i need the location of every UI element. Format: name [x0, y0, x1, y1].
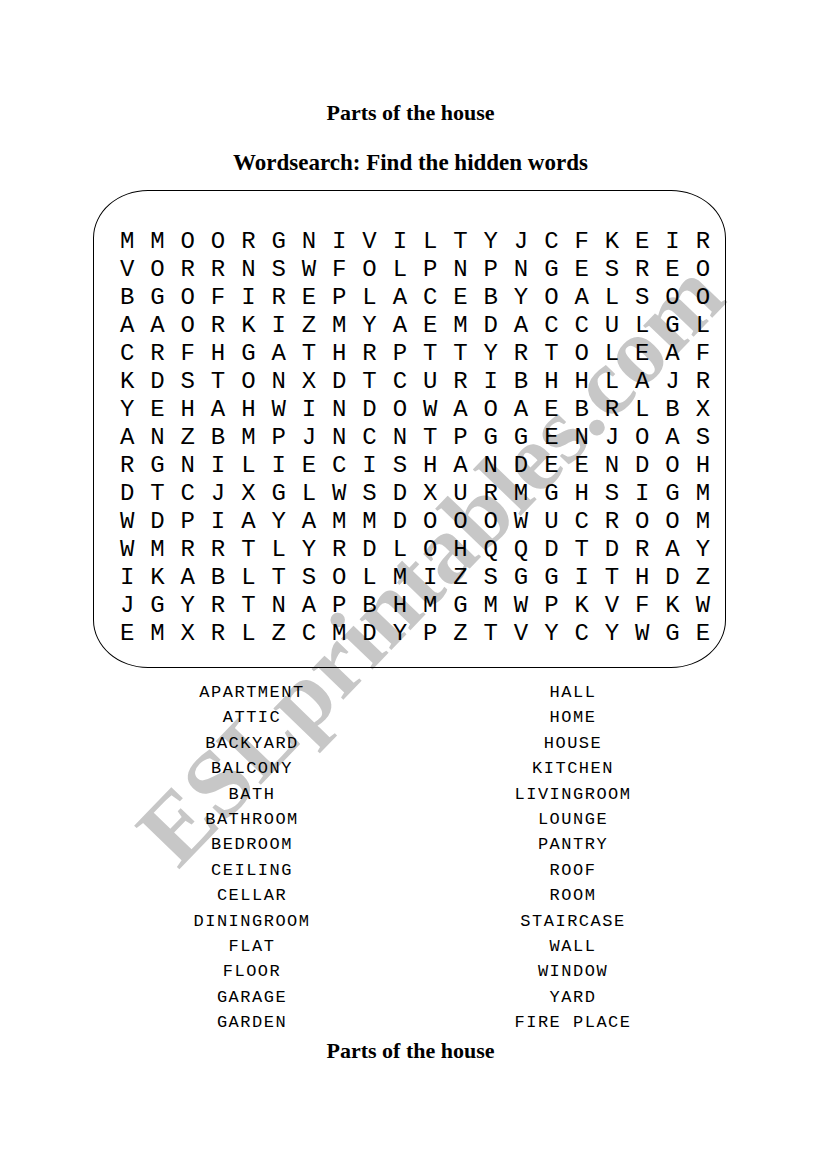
grid-cell-r15c16: C: [566, 620, 596, 648]
grid-cell-r1c11: L: [415, 227, 445, 255]
grid-cell-r6c12: R: [445, 367, 475, 395]
grid-cell-r8c13: G: [476, 423, 506, 451]
grid-cell-r1c7: N: [294, 227, 324, 255]
grid-cell-r11c16: C: [566, 508, 596, 536]
grid-cell-r8c8: N: [324, 423, 354, 451]
word-list-item: FIRE PLACE: [423, 1010, 723, 1035]
grid-cell-r14c18: F: [627, 592, 657, 620]
grid-cell-r12c14: Q: [506, 536, 536, 564]
grid-cell-r4c17: U: [597, 311, 627, 339]
grid-cell-r4c5: K: [233, 311, 263, 339]
grid-cell-r7c12: A: [445, 395, 475, 423]
grid-cell-r13c15: G: [536, 564, 566, 592]
grid-cell-r14c11: M: [415, 592, 445, 620]
grid-cell-r5c19: A: [657, 339, 687, 367]
grid-cell-r12c4: R: [203, 536, 233, 564]
word-list-item: WINDOW: [423, 959, 723, 984]
grid-cell-r2c6: S: [263, 255, 293, 283]
grid-cell-r3c16: A: [566, 283, 596, 311]
grid-cell-r2c8: F: [324, 255, 354, 283]
grid-cell-r1c15: C: [536, 227, 566, 255]
grid-cell-r4c20: L: [688, 311, 718, 339]
grid-cell-r2c17: S: [597, 255, 627, 283]
grid-cell-r12c5: T: [233, 536, 263, 564]
grid-cell-r11c3: P: [173, 508, 203, 536]
word-list-item: YARD: [423, 985, 723, 1010]
grid-cell-r4c12: M: [445, 311, 475, 339]
grid-cell-r3c13: B: [476, 283, 506, 311]
grid-cell-r5c9: R: [354, 339, 384, 367]
grid-cell-r7c10: O: [385, 395, 415, 423]
grid-cell-r6c19: J: [657, 367, 687, 395]
grid-cell-r14c16: K: [566, 592, 596, 620]
grid-cell-r13c20: Z: [688, 564, 718, 592]
grid-cell-r14c8: P: [324, 592, 354, 620]
grid-cell-r9c2: G: [142, 452, 172, 480]
grid-cell-r3c1: B: [112, 283, 142, 311]
word-list-item: BATH: [102, 782, 402, 807]
grid-cell-r8c20: S: [688, 423, 718, 451]
grid-cell-r6c11: U: [415, 367, 445, 395]
grid-cell-r6c14: B: [506, 367, 536, 395]
grid-cell-r12c12: H: [445, 536, 475, 564]
grid-cell-r8c3: Z: [173, 423, 203, 451]
word-list-item: FLOOR: [102, 959, 402, 984]
grid-cell-r8c10: N: [385, 423, 415, 451]
word-list-item: BATHROOM: [102, 807, 402, 832]
grid-cell-r4c2: A: [142, 311, 172, 339]
grid-cell-r7c15: E: [536, 395, 566, 423]
grid-cell-r10c2: T: [142, 480, 172, 508]
grid-cell-r5c4: H: [203, 339, 233, 367]
grid-cell-r3c5: I: [233, 283, 263, 311]
grid-cell-r10c20: M: [688, 480, 718, 508]
grid-cell-r12c3: R: [173, 536, 203, 564]
grid-cell-r15c6: Z: [263, 620, 293, 648]
grid-cell-r5c1: C: [112, 339, 142, 367]
grid-cell-r15c4: R: [203, 620, 233, 648]
footer-title: Parts of the house: [0, 1040, 821, 1062]
word-list-left: APARTMENTATTICBACKYARDBALCONYBATHBATHROO…: [102, 680, 402, 1035]
worksheet-page: ESLprintables.com Parts of the house Wor…: [0, 0, 821, 1169]
grid-cell-r15c18: W: [627, 620, 657, 648]
grid-cell-r2c5: N: [233, 255, 263, 283]
grid-cell-r8c14: G: [506, 423, 536, 451]
grid-cell-r11c1: W: [112, 508, 142, 536]
grid-cell-r13c19: D: [657, 564, 687, 592]
grid-cell-r5c16: O: [566, 339, 596, 367]
grid-cell-r13c1: I: [112, 564, 142, 592]
grid-cell-r14c9: B: [354, 592, 384, 620]
grid-cell-r2c12: N: [445, 255, 475, 283]
grid-cell-r13c16: I: [566, 564, 596, 592]
word-list-item: LOUNGE: [423, 807, 723, 832]
grid-cell-r11c6: Y: [263, 508, 293, 536]
grid-cell-r1c16: F: [566, 227, 596, 255]
grid-cell-r4c11: E: [415, 311, 445, 339]
puzzle-instructions: Wordsearch: Find the hidden words: [0, 151, 821, 174]
grid-cell-r1c10: I: [385, 227, 415, 255]
grid-cell-r7c3: H: [173, 395, 203, 423]
grid-cell-r8c2: N: [142, 423, 172, 451]
grid-cell-r12c6: L: [263, 536, 293, 564]
word-list-item: WALL: [423, 934, 723, 959]
grid-cell-r5c5: G: [233, 339, 263, 367]
grid-cell-r5c12: T: [445, 339, 475, 367]
grid-cell-r9c14: D: [506, 452, 536, 480]
grid-cell-r12c9: D: [354, 536, 384, 564]
grid-cell-r10c5: X: [233, 480, 263, 508]
grid-cell-r12c17: D: [597, 536, 627, 564]
grid-cell-r4c9: Y: [354, 311, 384, 339]
grid-cell-r4c8: M: [324, 311, 354, 339]
grid-cell-r3c19: O: [657, 283, 687, 311]
grid-cell-r1c2: M: [142, 227, 172, 255]
grid-cell-r10c16: H: [566, 480, 596, 508]
grid-cell-r1c14: J: [506, 227, 536, 255]
grid-cell-r4c14: A: [506, 311, 536, 339]
grid-cell-r9c12: A: [445, 452, 475, 480]
grid-cell-r3c20: O: [688, 283, 718, 311]
grid-cell-r7c5: H: [233, 395, 263, 423]
grid-cell-r2c13: P: [476, 255, 506, 283]
grid-cell-r11c11: O: [415, 508, 445, 536]
grid-cell-r7c19: B: [657, 395, 687, 423]
grid-cell-r8c15: E: [536, 423, 566, 451]
grid-cell-r13c5: L: [233, 564, 263, 592]
grid-cell-r3c10: A: [385, 283, 415, 311]
grid-cell-r10c19: G: [657, 480, 687, 508]
grid-cell-r7c1: Y: [112, 395, 142, 423]
grid-cell-r6c18: A: [627, 367, 657, 395]
grid-cell-r2c11: P: [415, 255, 445, 283]
grid-cell-r15c13: T: [476, 620, 506, 648]
grid-cell-r1c3: O: [173, 227, 203, 255]
wordsearch-grid: MMOORGNIVILTYJCFKEIRVORRNSWFOLPNPNGESREO…: [112, 227, 718, 648]
grid-cell-r10c6: G: [263, 480, 293, 508]
grid-cell-r5c13: Y: [476, 339, 506, 367]
word-list-item: CELLAR: [102, 883, 402, 908]
grid-cell-r2c10: L: [385, 255, 415, 283]
grid-cell-r15c8: M: [324, 620, 354, 648]
grid-cell-r11c5: A: [233, 508, 263, 536]
grid-cell-r15c1: E: [112, 620, 142, 648]
grid-cell-r6c1: K: [112, 367, 142, 395]
grid-cell-r3c4: F: [203, 283, 233, 311]
page-title: Parts of the house: [0, 102, 821, 124]
grid-cell-r3c15: O: [536, 283, 566, 311]
grid-cell-r5c2: R: [142, 339, 172, 367]
grid-cell-r2c16: E: [566, 255, 596, 283]
grid-cell-r13c12: Z: [445, 564, 475, 592]
grid-cell-r15c10: Y: [385, 620, 415, 648]
grid-cell-r2c2: O: [142, 255, 172, 283]
grid-cell-r8c9: C: [354, 423, 384, 451]
grid-cell-r10c7: L: [294, 480, 324, 508]
grid-cell-r2c15: G: [536, 255, 566, 283]
grid-cell-r11c20: M: [688, 508, 718, 536]
grid-cell-r10c8: W: [324, 480, 354, 508]
grid-cell-r10c14: M: [506, 480, 536, 508]
grid-cell-r15c17: Y: [597, 620, 627, 648]
grid-cell-r11c7: A: [294, 508, 324, 536]
grid-cell-r9c10: S: [385, 452, 415, 480]
grid-cell-r12c18: R: [627, 536, 657, 564]
grid-cell-r1c17: K: [597, 227, 627, 255]
grid-cell-r8c11: T: [415, 423, 445, 451]
word-list-item: BACKYARD: [102, 731, 402, 756]
grid-cell-r3c3: O: [173, 283, 203, 311]
word-list-item: BALCONY: [102, 756, 402, 781]
grid-cell-r9c16: E: [566, 452, 596, 480]
grid-cell-r1c12: T: [445, 227, 475, 255]
grid-cell-r12c11: O: [415, 536, 445, 564]
grid-cell-r1c20: R: [688, 227, 718, 255]
grid-cell-r5c14: R: [506, 339, 536, 367]
grid-cell-r15c5: L: [233, 620, 263, 648]
grid-cell-r15c3: X: [173, 620, 203, 648]
grid-cell-r1c5: R: [233, 227, 263, 255]
grid-cell-r14c15: P: [536, 592, 566, 620]
grid-cell-r1c1: M: [112, 227, 142, 255]
grid-cell-r10c13: R: [476, 480, 506, 508]
grid-cell-r8c6: P: [263, 423, 293, 451]
word-list-item: CEILING: [102, 858, 402, 883]
grid-cell-r10c9: S: [354, 480, 384, 508]
grid-cell-r15c20: E: [688, 620, 718, 648]
grid-cell-r1c6: G: [263, 227, 293, 255]
grid-cell-r4c6: I: [263, 311, 293, 339]
grid-cell-r14c2: G: [142, 592, 172, 620]
grid-cell-r9c4: I: [203, 452, 233, 480]
grid-cell-r9c3: N: [173, 452, 203, 480]
grid-cell-r9c9: I: [354, 452, 384, 480]
grid-cell-r13c3: A: [173, 564, 203, 592]
grid-cell-r5c20: F: [688, 339, 718, 367]
grid-cell-r13c7: S: [294, 564, 324, 592]
grid-cell-r3c11: C: [415, 283, 445, 311]
grid-cell-r7c6: W: [263, 395, 293, 423]
grid-cell-r6c16: H: [566, 367, 596, 395]
grid-cell-r2c18: R: [627, 255, 657, 283]
grid-cell-r6c9: T: [354, 367, 384, 395]
word-list-item: GARDEN: [102, 1010, 402, 1035]
grid-cell-r15c14: V: [506, 620, 536, 648]
grid-cell-r7c18: L: [627, 395, 657, 423]
grid-cell-r1c8: I: [324, 227, 354, 255]
grid-cell-r1c18: E: [627, 227, 657, 255]
word-list-item: HOUSE: [423, 731, 723, 756]
grid-cell-r12c7: Y: [294, 536, 324, 564]
word-list-item: HOME: [423, 705, 723, 730]
grid-cell-r10c4: J: [203, 480, 233, 508]
grid-cell-r7c4: A: [203, 395, 233, 423]
grid-cell-r10c12: U: [445, 480, 475, 508]
grid-cell-r9c18: D: [627, 452, 657, 480]
grid-cell-r8c4: B: [203, 423, 233, 451]
grid-cell-r7c16: B: [566, 395, 596, 423]
grid-cell-r12c2: M: [142, 536, 172, 564]
grid-cell-r11c19: O: [657, 508, 687, 536]
grid-cell-r10c15: G: [536, 480, 566, 508]
grid-cell-r9c11: H: [415, 452, 445, 480]
grid-cell-r10c17: S: [597, 480, 627, 508]
grid-cell-r9c20: H: [688, 452, 718, 480]
grid-cell-r3c2: G: [142, 283, 172, 311]
grid-cell-r1c13: Y: [476, 227, 506, 255]
grid-cell-r11c2: D: [142, 508, 172, 536]
grid-cell-r4c18: L: [627, 311, 657, 339]
grid-cell-r13c10: M: [385, 564, 415, 592]
grid-cell-r4c3: O: [173, 311, 203, 339]
grid-cell-r1c4: O: [203, 227, 233, 255]
grid-cell-r5c11: T: [415, 339, 445, 367]
grid-cell-r8c7: J: [294, 423, 324, 451]
grid-cell-r7c13: O: [476, 395, 506, 423]
grid-cell-r7c14: A: [506, 395, 536, 423]
grid-cell-r7c20: X: [688, 395, 718, 423]
grid-cell-r10c11: X: [415, 480, 445, 508]
grid-cell-r4c15: C: [536, 311, 566, 339]
grid-cell-r11c15: U: [536, 508, 566, 536]
grid-cell-r11c9: M: [354, 508, 384, 536]
grid-cell-r3c18: S: [627, 283, 657, 311]
grid-cell-r10c3: C: [173, 480, 203, 508]
grid-cell-r5c8: H: [324, 339, 354, 367]
grid-cell-r10c18: I: [627, 480, 657, 508]
grid-cell-r6c20: R: [688, 367, 718, 395]
grid-cell-r9c1: R: [112, 452, 142, 480]
grid-cell-r9c8: C: [324, 452, 354, 480]
grid-cell-r2c20: O: [688, 255, 718, 283]
word-list-item: DININGROOM: [102, 909, 402, 934]
grid-cell-r4c1: A: [112, 311, 142, 339]
grid-cell-r2c19: E: [657, 255, 687, 283]
grid-cell-r15c19: G: [657, 620, 687, 648]
grid-cell-r6c10: C: [385, 367, 415, 395]
grid-cell-r6c2: D: [142, 367, 172, 395]
word-list-item: ATTIC: [102, 705, 402, 730]
grid-cell-r5c6: A: [263, 339, 293, 367]
grid-cell-r2c4: R: [203, 255, 233, 283]
grid-cell-r14c12: G: [445, 592, 475, 620]
word-list-item: BEDROOM: [102, 832, 402, 857]
grid-cell-r15c7: C: [294, 620, 324, 648]
grid-cell-r3c9: L: [354, 283, 384, 311]
grid-cell-r3c14: Y: [506, 283, 536, 311]
grid-cell-r5c15: T: [536, 339, 566, 367]
grid-cell-r9c17: N: [597, 452, 627, 480]
grid-cell-r14c1: J: [112, 592, 142, 620]
grid-cell-r7c17: R: [597, 395, 627, 423]
grid-cell-r7c8: N: [324, 395, 354, 423]
grid-cell-r12c8: R: [324, 536, 354, 564]
grid-cell-r9c13: N: [476, 452, 506, 480]
grid-cell-r7c9: D: [354, 395, 384, 423]
grid-cell-r12c10: L: [385, 536, 415, 564]
grid-cell-r7c11: W: [415, 395, 445, 423]
grid-cell-r13c17: T: [597, 564, 627, 592]
grid-cell-r14c4: R: [203, 592, 233, 620]
grid-cell-r8c16: N: [566, 423, 596, 451]
grid-cell-r10c10: D: [385, 480, 415, 508]
grid-cell-r4c4: R: [203, 311, 233, 339]
grid-cell-r14c10: H: [385, 592, 415, 620]
grid-cell-r9c5: L: [233, 452, 263, 480]
grid-cell-r1c9: V: [354, 227, 384, 255]
grid-cell-r5c18: E: [627, 339, 657, 367]
grid-cell-r9c7: E: [294, 452, 324, 480]
grid-cell-r13c14: G: [506, 564, 536, 592]
grid-cell-r2c7: W: [294, 255, 324, 283]
grid-cell-r10c1: D: [112, 480, 142, 508]
grid-cell-r2c1: V: [112, 255, 142, 283]
grid-cell-r13c18: H: [627, 564, 657, 592]
grid-cell-r6c15: H: [536, 367, 566, 395]
grid-cell-r4c7: Z: [294, 311, 324, 339]
grid-cell-r4c10: A: [385, 311, 415, 339]
grid-cell-r15c11: P: [415, 620, 445, 648]
word-list-item: STAIRCASE: [423, 909, 723, 934]
grid-cell-r12c15: D: [536, 536, 566, 564]
grid-cell-r9c19: O: [657, 452, 687, 480]
grid-cell-r3c17: L: [597, 283, 627, 311]
grid-cell-r15c15: Y: [536, 620, 566, 648]
grid-cell-r3c7: E: [294, 283, 324, 311]
grid-cell-r5c7: T: [294, 339, 324, 367]
grid-cell-r14c17: V: [597, 592, 627, 620]
grid-cell-r3c12: E: [445, 283, 475, 311]
grid-cell-r6c3: S: [173, 367, 203, 395]
grid-cell-r12c1: W: [112, 536, 142, 564]
grid-cell-r15c2: M: [142, 620, 172, 648]
grid-cell-r13c13: S: [476, 564, 506, 592]
grid-cell-r8c1: A: [112, 423, 142, 451]
grid-cell-r9c6: I: [263, 452, 293, 480]
grid-cell-r14c20: W: [688, 592, 718, 620]
grid-cell-r6c8: D: [324, 367, 354, 395]
grid-cell-r8c18: O: [627, 423, 657, 451]
word-list-item: GARAGE: [102, 985, 402, 1010]
word-list-item: LIVINGROOM: [423, 782, 723, 807]
grid-cell-r11c10: D: [385, 508, 415, 536]
grid-cell-r11c13: O: [476, 508, 506, 536]
grid-cell-r1c19: I: [657, 227, 687, 255]
grid-cell-r14c13: M: [476, 592, 506, 620]
grid-cell-r11c12: O: [445, 508, 475, 536]
grid-cell-r14c5: T: [233, 592, 263, 620]
grid-cell-r13c4: B: [203, 564, 233, 592]
word-list-item: APARTMENT: [102, 680, 402, 705]
grid-cell-r9c15: E: [536, 452, 566, 480]
grid-cell-r6c6: N: [263, 367, 293, 395]
word-list-item: KITCHEN: [423, 756, 723, 781]
grid-cell-r8c5: M: [233, 423, 263, 451]
grid-cell-r12c20: Y: [688, 536, 718, 564]
grid-cell-r3c8: P: [324, 283, 354, 311]
grid-cell-r14c7: A: [294, 592, 324, 620]
grid-cell-r12c16: T: [566, 536, 596, 564]
grid-cell-r6c13: I: [476, 367, 506, 395]
grid-cell-r12c19: A: [657, 536, 687, 564]
grid-cell-r14c6: N: [263, 592, 293, 620]
grid-cell-r6c17: L: [597, 367, 627, 395]
grid-cell-r11c4: I: [203, 508, 233, 536]
grid-cell-r8c17: J: [597, 423, 627, 451]
word-list-item: FLAT: [102, 934, 402, 959]
grid-cell-r4c13: D: [476, 311, 506, 339]
grid-cell-r14c14: W: [506, 592, 536, 620]
